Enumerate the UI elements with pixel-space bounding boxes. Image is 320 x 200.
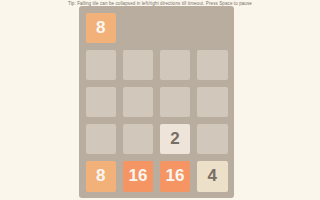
tile-16: 16 — [123, 161, 154, 192]
empty-cell — [123, 50, 154, 81]
tile-4: 4 — [197, 161, 228, 192]
empty-cell — [197, 124, 228, 155]
empty-cell — [86, 50, 117, 81]
empty-cell — [123, 124, 154, 155]
empty-cell — [197, 50, 228, 81]
tile-2: 2 — [160, 124, 191, 155]
tile-16: 16 — [160, 161, 191, 192]
empty-cell — [197, 87, 228, 118]
tile-8: 8 — [86, 161, 117, 192]
empty-cell — [123, 87, 154, 118]
empty-cell — [86, 124, 117, 155]
spawn-cell — [197, 13, 228, 44]
tile-8: 8 — [86, 13, 117, 44]
game-board: 82816164 — [79, 6, 234, 198]
spawn-cell — [123, 13, 154, 44]
empty-cell — [160, 87, 191, 118]
spawn-cell — [160, 13, 191, 44]
empty-cell — [160, 50, 191, 81]
empty-cell — [86, 87, 117, 118]
